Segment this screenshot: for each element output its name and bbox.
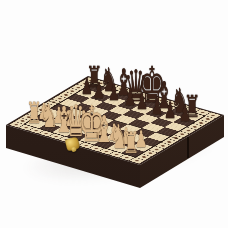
fold-hinge-gap (187, 137, 189, 158)
chess-set-product-photo: ♜♞♝♛♚♝♞♜♟♟♟♟♟♟♟♟♟♟♟♟♟♟♟♟♜♞♝♛♚♝♞♜ (0, 0, 228, 228)
